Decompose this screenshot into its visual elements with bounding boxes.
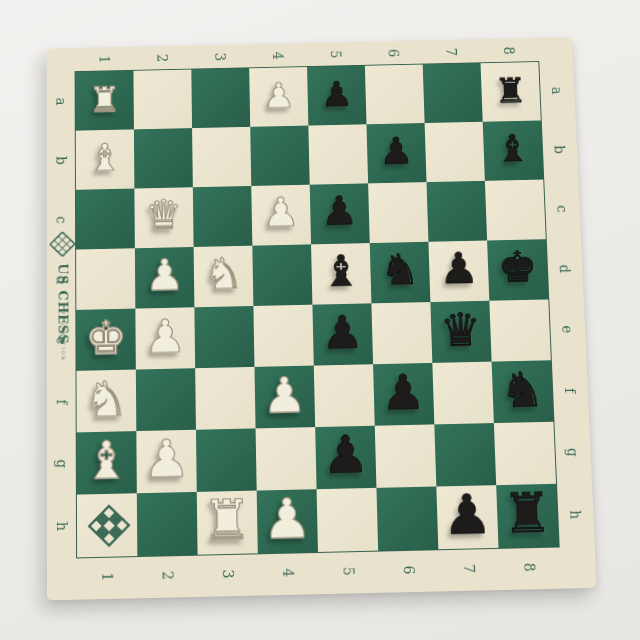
white-pawn-g2[interactable]: ♟ [143, 433, 191, 486]
square-c6[interactable] [368, 182, 428, 243]
white-rook-h3[interactable]: ♜ [202, 492, 252, 548]
square-g1[interactable]: ♝ [77, 431, 137, 495]
square-a2[interactable] [133, 70, 192, 130]
square-c3[interactable] [193, 186, 252, 247]
black-rook-a8[interactable]: ♜ [494, 73, 527, 108]
square-e7[interactable]: ♛ [430, 301, 491, 363]
square-d3[interactable]: ♞ [194, 246, 254, 308]
uschess-corner-logo [83, 503, 131, 548]
square-f6[interactable]: ♟ [373, 363, 434, 426]
white-pawn-c4[interactable]: ♟ [262, 193, 300, 234]
square-h2[interactable] [137, 492, 198, 556]
square-a6[interactable] [365, 65, 425, 125]
white-pawn-e2[interactable]: ♟ [144, 313, 186, 360]
square-c8[interactable] [485, 180, 546, 241]
square-h1[interactable] [77, 493, 137, 557]
square-e3[interactable] [194, 306, 254, 368]
square-f7[interactable] [432, 362, 494, 425]
square-h6[interactable] [376, 487, 438, 551]
white-queen-c2[interactable]: ♛ [145, 196, 182, 237]
square-h7[interactable]: ♟ [436, 485, 498, 549]
square-b5[interactable] [308, 124, 368, 184]
square-b4[interactable] [250, 126, 309, 186]
uschess-diamond-icon [50, 232, 76, 257]
square-d4[interactable] [252, 244, 312, 306]
black-bishop-d5[interactable]: ♝ [321, 250, 361, 294]
square-a5[interactable]: ♟ [307, 66, 366, 126]
square-e8[interactable] [489, 299, 551, 361]
square-g3[interactable] [196, 428, 257, 491]
square-a8[interactable]: ♜ [481, 62, 541, 122]
square-d1[interactable] [76, 248, 135, 310]
black-pawn-c5[interactable]: ♟ [321, 192, 359, 233]
square-c2[interactable]: ♛ [134, 187, 193, 248]
white-pawn-a4[interactable]: ♟ [262, 78, 295, 113]
square-b7[interactable] [425, 122, 485, 182]
black-king-d8[interactable]: ♚ [497, 246, 538, 290]
square-c4[interactable]: ♟ [251, 185, 311, 246]
black-bishop-b8[interactable]: ♝ [495, 130, 531, 168]
square-h5[interactable] [317, 488, 379, 552]
square-c5[interactable]: ♟ [310, 183, 370, 244]
square-c1[interactable] [76, 189, 135, 250]
square-e4[interactable] [253, 305, 313, 367]
square-a7[interactable] [423, 63, 483, 123]
uschess-side-logo: US CHESS FEDERATION [48, 231, 78, 376]
white-knight-f1[interactable]: ♞ [84, 374, 129, 424]
black-queen-e7[interactable]: ♛ [439, 307, 482, 354]
square-f1[interactable]: ♞ [77, 370, 137, 433]
square-e5[interactable]: ♟ [312, 303, 373, 365]
uschess-corner-diamond-icon [87, 503, 131, 548]
white-pawn-f4[interactable]: ♟ [262, 370, 307, 420]
white-pawn-h4[interactable]: ♟ [262, 491, 313, 547]
square-g6[interactable] [375, 424, 437, 487]
square-e2[interactable]: ♟ [135, 307, 195, 369]
square-f3[interactable] [195, 367, 255, 430]
black-pawn-e5[interactable]: ♟ [321, 309, 364, 356]
black-pawn-d7[interactable]: ♟ [438, 248, 479, 292]
black-knight-d6[interactable]: ♞ [380, 249, 421, 293]
square-a3[interactable] [191, 68, 250, 128]
square-g4[interactable] [256, 427, 317, 490]
square-b2[interactable] [134, 128, 193, 188]
square-b8[interactable]: ♝ [483, 120, 544, 180]
square-g2[interactable]: ♟ [136, 430, 196, 494]
square-e6[interactable] [371, 302, 432, 364]
square-f8[interactable]: ♞ [492, 360, 554, 423]
black-pawn-a5[interactable]: ♟ [320, 77, 353, 112]
square-d8[interactable]: ♚ [487, 239, 548, 301]
white-knight-d3[interactable]: ♞ [203, 253, 243, 297]
square-d6[interactable]: ♞ [370, 242, 431, 304]
white-bishop-b1[interactable]: ♝ [88, 139, 123, 177]
black-pawn-b6[interactable]: ♟ [379, 133, 415, 171]
square-f5[interactable] [314, 364, 375, 427]
square-g5[interactable]: ♟ [315, 426, 376, 489]
black-pawn-f6[interactable]: ♟ [381, 367, 427, 417]
square-a1[interactable]: ♜ [76, 71, 134, 131]
square-d7[interactable]: ♟ [428, 240, 489, 302]
square-g8[interactable] [494, 422, 556, 485]
square-d5[interactable]: ♝ [311, 243, 371, 305]
square-b6[interactable]: ♟ [366, 123, 426, 183]
square-b3[interactable] [192, 127, 251, 187]
square-c7[interactable] [427, 181, 488, 242]
white-bishop-g1[interactable]: ♝ [83, 434, 130, 487]
white-rook-a1[interactable]: ♜ [89, 82, 121, 117]
square-f2[interactable] [136, 368, 196, 431]
white-pawn-d2[interactable]: ♟ [145, 254, 185, 298]
uschess-logo-subtext: FEDERATION [60, 312, 65, 362]
square-d2[interactable]: ♟ [135, 247, 195, 309]
chess-board: ♜♟♟♜♝♟♝♛♟♟♟♞♝♞♟♚♚♟♟♛♞♟♟♞♝♟♟♜♟♟♜ [76, 62, 559, 557]
vinyl-chess-mat: 12345678 12345678 abcdefgh abcdefgh US C… [47, 37, 597, 600]
black-pawn-g5[interactable]: ♟ [322, 429, 370, 482]
black-pawn-h7[interactable]: ♟ [442, 487, 493, 543]
square-b1[interactable]: ♝ [76, 129, 135, 189]
square-h4[interactable]: ♟ [257, 489, 318, 553]
square-g7[interactable] [434, 423, 496, 486]
square-a4[interactable]: ♟ [249, 67, 308, 127]
black-rook-h8[interactable]: ♜ [501, 486, 553, 542]
square-h8[interactable]: ♜ [496, 484, 558, 548]
square-e1[interactable]: ♚ [76, 309, 136, 371]
white-king-e1[interactable]: ♚ [85, 314, 127, 361]
square-f4[interactable]: ♟ [254, 366, 315, 429]
square-h3[interactable]: ♜ [197, 491, 258, 555]
black-knight-f8[interactable]: ♞ [499, 365, 545, 415]
